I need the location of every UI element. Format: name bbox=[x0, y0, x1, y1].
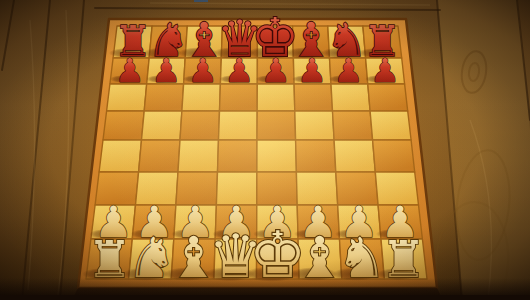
game-window: ♜♞♝♛♚♝♞♜♟♟♟♟♟♟♟♟♟♟♟♟♟♟♟♟♜♞♝♛♚♝♞♜ bbox=[0, 0, 530, 300]
bottom-strip bbox=[0, 295, 530, 300]
chess-scene: ♜♞♝♛♚♝♞♜♟♟♟♟♟♟♟♟♟♟♟♟♟♟♟♟♜♞♝♛♚♝♞♜ bbox=[0, 0, 530, 300]
piece-red-pawn-d7[interactable]: ♟ bbox=[224, 52, 253, 90]
piece-red-pawn-h7[interactable]: ♟ bbox=[370, 52, 399, 90]
piece-red-pawn-a7[interactable]: ♟ bbox=[115, 52, 144, 90]
piece-gold-rook-h1[interactable]: ♜ bbox=[381, 230, 427, 289]
piece-red-pawn-b7[interactable]: ♟ bbox=[151, 52, 180, 90]
piece-red-pawn-f7[interactable]: ♟ bbox=[297, 52, 326, 90]
piece-gold-rook-a1[interactable]: ♜ bbox=[87, 230, 133, 289]
piece-red-pawn-g7[interactable]: ♟ bbox=[334, 52, 363, 90]
piece-red-pawn-e7[interactable]: ♟ bbox=[261, 52, 290, 90]
piece-gold-knight-g1[interactable]: ♞ bbox=[337, 225, 387, 290]
piece-red-pawn-c7[interactable]: ♟ bbox=[188, 52, 217, 90]
